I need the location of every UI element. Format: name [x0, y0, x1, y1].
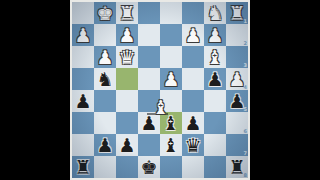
square-g4[interactable]: ♞ — [94, 68, 116, 90]
square-b2[interactable]: ♟ — [204, 24, 226, 46]
rank-coordinate-8: 8 — [244, 172, 247, 178]
square-a7[interactable]: 7 — [226, 134, 248, 156]
square-f7[interactable]: ♟ — [116, 134, 138, 156]
square-g5[interactable] — [94, 90, 116, 112]
square-f6[interactable] — [116, 112, 138, 134]
white-bishop-glyph: ♝ — [150, 96, 172, 118]
piece-bK-e8[interactable]: ♚ — [138, 156, 160, 178]
square-c6[interactable]: ♟ — [182, 112, 204, 134]
square-g1[interactable]: ♚ — [94, 2, 116, 24]
piece-bN-g4[interactable]: ♞ — [94, 68, 116, 90]
square-c4[interactable] — [182, 68, 204, 90]
chess-board[interactable]: ♚♜♞♜1♟♟♟♟2♟♛♝3♞♟♟♟4♟♟5♟♝♟6♟♟♝♛7♜♚♜8♝ — [72, 2, 248, 178]
square-a8[interactable]: ♜8 — [226, 156, 248, 178]
square-b7[interactable] — [204, 134, 226, 156]
square-h2[interactable]: ♟ — [72, 24, 94, 46]
square-d1[interactable] — [160, 2, 182, 24]
piece-bB-d7[interactable]: ♝ — [160, 134, 182, 156]
square-f4[interactable] — [116, 68, 138, 90]
piece-bP-c6[interactable]: ♟ — [182, 112, 204, 134]
square-d2[interactable] — [160, 24, 182, 46]
square-d8[interactable] — [160, 156, 182, 178]
piece-wP-f2[interactable]: ♟ — [116, 24, 138, 46]
piece-wK-g1[interactable]: ♚ — [94, 2, 116, 24]
square-a2[interactable]: 2 — [226, 24, 248, 46]
video-letterbox-background: { "game": "chess", "position": { "fen_be… — [0, 0, 320, 180]
square-c2[interactable]: ♟ — [182, 24, 204, 46]
square-f8[interactable] — [116, 156, 138, 178]
square-c7[interactable]: ♛ — [182, 134, 204, 156]
piece-wP-h2[interactable]: ♟ — [72, 24, 94, 46]
square-d3[interactable] — [160, 46, 182, 68]
piece-wN-b1[interactable]: ♞ — [204, 2, 226, 24]
dragged-piece-white-bishop[interactable]: ♝ — [150, 96, 172, 118]
square-e2[interactable] — [138, 24, 160, 46]
square-c5[interactable] — [182, 90, 204, 112]
square-a6[interactable]: 6 — [226, 112, 248, 134]
square-b3[interactable]: ♝ — [204, 46, 226, 68]
piece-wP-d4[interactable]: ♟ — [160, 68, 182, 90]
square-c8[interactable] — [182, 156, 204, 178]
piece-wQ-f3[interactable]: ♛ — [116, 46, 138, 68]
square-b1[interactable]: ♞ — [204, 2, 226, 24]
square-c3[interactable] — [182, 46, 204, 68]
square-f5[interactable] — [116, 90, 138, 112]
square-b8[interactable] — [204, 156, 226, 178]
square-c1[interactable] — [182, 2, 204, 24]
square-e4[interactable] — [138, 68, 160, 90]
piece-wP-g3[interactable]: ♟ — [94, 46, 116, 68]
square-e7[interactable] — [138, 134, 160, 156]
square-a1[interactable]: ♜1 — [226, 2, 248, 24]
square-g7[interactable]: ♟ — [94, 134, 116, 156]
square-f3[interactable]: ♛ — [116, 46, 138, 68]
square-h8[interactable]: ♜ — [72, 156, 94, 178]
square-g2[interactable] — [94, 24, 116, 46]
piece-bP-h5[interactable]: ♟ — [72, 90, 94, 112]
square-f2[interactable]: ♟ — [116, 24, 138, 46]
square-e3[interactable] — [138, 46, 160, 68]
piece-wP-c2[interactable]: ♟ — [182, 24, 204, 46]
square-f1[interactable]: ♜ — [116, 2, 138, 24]
square-b4[interactable]: ♟ — [204, 68, 226, 90]
piece-bR-h8[interactable]: ♜ — [72, 156, 94, 178]
square-b5[interactable] — [204, 90, 226, 112]
piece-wB-b3[interactable]: ♝ — [204, 46, 226, 68]
board-frame: ♚♜♞♜1♟♟♟♟2♟♛♝3♞♟♟♟4♟♟5♟♝♟6♟♟♝♛7♜♚♜8♝ — [70, 0, 250, 180]
square-h1[interactable] — [72, 2, 94, 24]
square-h6[interactable] — [72, 112, 94, 134]
square-h3[interactable] — [72, 46, 94, 68]
square-g6[interactable] — [94, 112, 116, 134]
square-a3[interactable]: 3 — [226, 46, 248, 68]
piece-bP-f7[interactable]: ♟ — [116, 134, 138, 156]
piece-bP-b4[interactable]: ♟ — [204, 68, 226, 90]
square-a5[interactable]: ♟5 — [226, 90, 248, 112]
piece-bQ-c7[interactable]: ♛ — [182, 134, 204, 156]
square-d7[interactable]: ♝ — [160, 134, 182, 156]
square-h4[interactable] — [72, 68, 94, 90]
square-b6[interactable] — [204, 112, 226, 134]
square-h5[interactable]: ♟ — [72, 90, 94, 112]
square-e8[interactable]: ♚ — [138, 156, 160, 178]
square-a4[interactable]: ♟4 — [226, 68, 248, 90]
square-g3[interactable]: ♟ — [94, 46, 116, 68]
square-d4[interactable]: ♟ — [160, 68, 182, 90]
square-g8[interactable] — [94, 156, 116, 178]
piece-bP-g7[interactable]: ♟ — [94, 134, 116, 156]
square-e1[interactable] — [138, 2, 160, 24]
piece-wR-f1[interactable]: ♜ — [116, 2, 138, 24]
square-h7[interactable] — [72, 134, 94, 156]
piece-wP-b2[interactable]: ♟ — [204, 24, 226, 46]
